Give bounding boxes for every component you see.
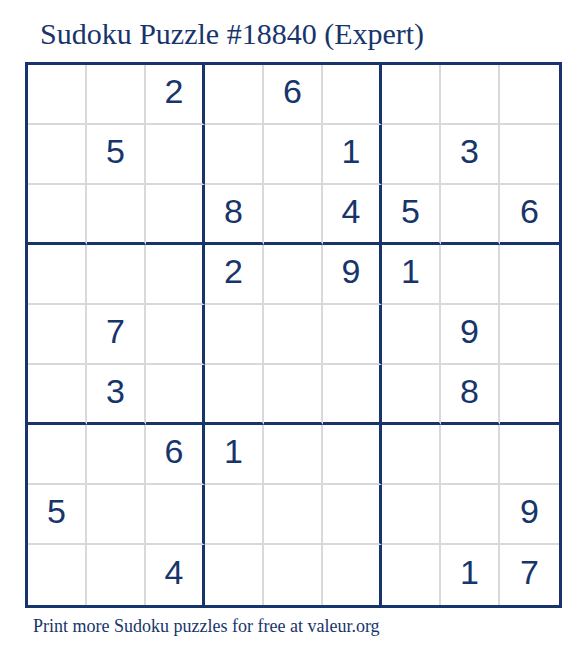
sudoku-grid: 26513845629179386159417 <box>25 62 562 608</box>
cell-r5c2: 7 <box>87 305 146 365</box>
cell-r6c3 <box>146 365 205 425</box>
cell-r2c8: 3 <box>441 125 500 185</box>
cell-r7c4: 1 <box>205 425 264 485</box>
cell-r7c1 <box>28 425 87 485</box>
cell-r3c9: 6 <box>500 185 559 245</box>
cell-r5c9 <box>500 305 559 365</box>
cell-r7c2 <box>87 425 146 485</box>
cell-r1c4 <box>205 65 264 125</box>
cell-r1c8 <box>441 65 500 125</box>
cell-r3c5 <box>264 185 323 245</box>
cell-r9c9: 7 <box>500 545 559 605</box>
cell-r7c8 <box>441 425 500 485</box>
cell-r5c6 <box>323 305 382 365</box>
cell-r7c9 <box>500 425 559 485</box>
cell-r4c9 <box>500 245 559 305</box>
cell-r9c1 <box>28 545 87 605</box>
cell-r2c9 <box>500 125 559 185</box>
cell-r5c3 <box>146 305 205 365</box>
cell-r7c7 <box>382 425 441 485</box>
cell-r5c7 <box>382 305 441 365</box>
cell-r8c3 <box>146 485 205 545</box>
cell-r4c1 <box>28 245 87 305</box>
cell-r3c8 <box>441 185 500 245</box>
cell-r8c6 <box>323 485 382 545</box>
cell-r2c5 <box>264 125 323 185</box>
cell-r2c4 <box>205 125 264 185</box>
cell-r7c6 <box>323 425 382 485</box>
cell-r5c1 <box>28 305 87 365</box>
cell-r7c5 <box>264 425 323 485</box>
cell-r6c5 <box>264 365 323 425</box>
cell-r2c7 <box>382 125 441 185</box>
cell-r1c7 <box>382 65 441 125</box>
cell-r9c2 <box>87 545 146 605</box>
cell-r6c8: 8 <box>441 365 500 425</box>
cell-r5c4 <box>205 305 264 365</box>
cell-r8c1: 5 <box>28 485 87 545</box>
cell-r9c7 <box>382 545 441 605</box>
footer-text: Print more Sudoku puzzles for free at va… <box>33 616 380 638</box>
cell-r6c7 <box>382 365 441 425</box>
cell-r2c1 <box>28 125 87 185</box>
cell-r8c9: 9 <box>500 485 559 545</box>
cell-r9c4 <box>205 545 264 605</box>
cell-r5c5 <box>264 305 323 365</box>
cell-r2c3 <box>146 125 205 185</box>
cell-r9c5 <box>264 545 323 605</box>
cell-r5c8: 9 <box>441 305 500 365</box>
cell-r3c6: 4 <box>323 185 382 245</box>
cell-r6c4 <box>205 365 264 425</box>
cell-r3c7: 5 <box>382 185 441 245</box>
cell-r1c3: 2 <box>146 65 205 125</box>
cell-r4c3 <box>146 245 205 305</box>
cell-r6c1 <box>28 365 87 425</box>
cell-r4c2 <box>87 245 146 305</box>
cell-r3c2 <box>87 185 146 245</box>
cell-r9c3: 4 <box>146 545 205 605</box>
cell-r3c4: 8 <box>205 185 264 245</box>
cell-r1c5: 6 <box>264 65 323 125</box>
cell-r6c2: 3 <box>87 365 146 425</box>
cell-r9c6 <box>323 545 382 605</box>
cell-r8c2 <box>87 485 146 545</box>
cell-r8c5 <box>264 485 323 545</box>
cell-r8c4 <box>205 485 264 545</box>
cell-r1c9 <box>500 65 559 125</box>
cell-r4c6: 9 <box>323 245 382 305</box>
cell-r6c6 <box>323 365 382 425</box>
cell-r3c3 <box>146 185 205 245</box>
cell-r2c6: 1 <box>323 125 382 185</box>
cell-r4c7: 1 <box>382 245 441 305</box>
page-title: Sudoku Puzzle #18840 (Expert) <box>40 19 424 49</box>
cell-r1c1 <box>28 65 87 125</box>
cell-r2c2: 5 <box>87 125 146 185</box>
cell-r8c7 <box>382 485 441 545</box>
cell-r6c9 <box>500 365 559 425</box>
cell-r8c8 <box>441 485 500 545</box>
cell-r9c8: 1 <box>441 545 500 605</box>
cell-r7c3: 6 <box>146 425 205 485</box>
cell-r1c2 <box>87 65 146 125</box>
cell-r4c4: 2 <box>205 245 264 305</box>
cell-r4c5 <box>264 245 323 305</box>
cell-r3c1 <box>28 185 87 245</box>
cell-r4c8 <box>441 245 500 305</box>
cell-r1c6 <box>323 65 382 125</box>
